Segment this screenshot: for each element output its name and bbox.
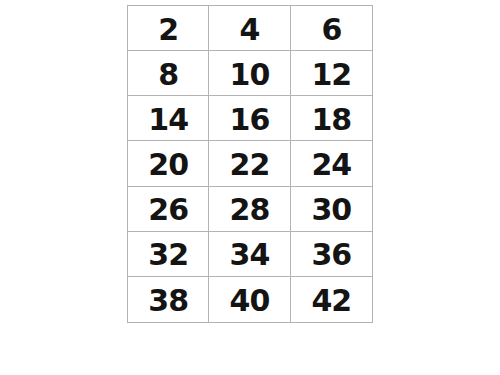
- grid-cell-r7c1: 38: [128, 277, 209, 322]
- grid-cell-r7c3: 42: [291, 277, 372, 322]
- grid-cell-r2c2: 10: [209, 51, 290, 96]
- grid-cell-r3c1: 14: [128, 96, 209, 141]
- grid-cell-r3c2: 16: [209, 96, 290, 141]
- grid-cell-r3c3: 18: [291, 96, 372, 141]
- grid-cell-r2c3: 12: [291, 51, 372, 96]
- grid-cell-r6c3: 36: [291, 232, 372, 277]
- grid-cell-r5c2: 28: [209, 187, 290, 232]
- number-grid: 24681012141618202224262830323436384042: [127, 5, 373, 323]
- grid-cell-r6c1: 32: [128, 232, 209, 277]
- grid-cell-r5c3: 30: [291, 187, 372, 232]
- grid-cell-r5c1: 26: [128, 187, 209, 232]
- grid-cell-r1c2: 4: [209, 6, 290, 51]
- grid-cell-r4c1: 20: [128, 141, 209, 186]
- worksheet-page: 24681012141618202224262830323436384042: [0, 0, 500, 375]
- grid-cell-r4c2: 22: [209, 141, 290, 186]
- grid-cell-r6c2: 34: [209, 232, 290, 277]
- grid-cell-r7c2: 40: [209, 277, 290, 322]
- grid-cell-r2c1: 8: [128, 51, 209, 96]
- grid-cell-r4c3: 24: [291, 141, 372, 186]
- grid-cell-r1c1: 2: [128, 6, 209, 51]
- grid-cell-r1c3: 6: [291, 6, 372, 51]
